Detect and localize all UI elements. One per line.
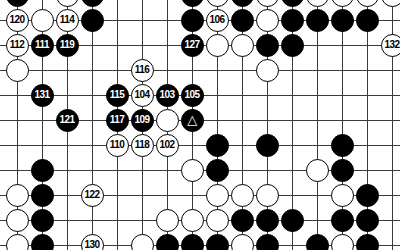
white-stone-move-112[interactable]: 112 <box>6 34 29 57</box>
white-stone[interactable] <box>6 59 29 82</box>
white-stone-move-132[interactable]: 132 <box>381 34 400 57</box>
black-stone-move-131[interactable]: 131 <box>31 84 54 107</box>
black-stone[interactable] <box>331 209 354 232</box>
white-stone[interactable] <box>306 159 329 182</box>
white-stone[interactable] <box>256 59 279 82</box>
white-stone-move-104[interactable]: 104 <box>131 84 154 107</box>
black-stone-move-119[interactable]: 119 <box>56 34 79 57</box>
black-stone[interactable] <box>231 0 254 7</box>
black-stone[interactable] <box>81 9 104 32</box>
white-stone[interactable] <box>181 209 204 232</box>
white-stone[interactable] <box>306 0 329 7</box>
black-stone[interactable] <box>206 159 229 182</box>
black-stone[interactable] <box>256 34 279 57</box>
white-stone[interactable] <box>231 34 254 57</box>
white-stone[interactable] <box>331 184 354 207</box>
black-stone-move-111[interactable]: 111 <box>31 34 54 57</box>
white-stone[interactable] <box>381 0 400 7</box>
white-stone[interactable] <box>156 109 179 132</box>
white-stone[interactable] <box>6 234 29 250</box>
black-stone[interactable] <box>206 234 229 250</box>
white-stone[interactable] <box>206 209 229 232</box>
black-stone-move-103[interactable]: 103 <box>156 84 179 107</box>
black-stone[interactable] <box>281 0 304 7</box>
white-stone[interactable] <box>156 209 179 232</box>
white-stone[interactable] <box>231 234 254 250</box>
white-stone[interactable] <box>331 234 354 250</box>
black-stone-move-117[interactable]: 117 <box>106 109 129 132</box>
white-stone[interactable] <box>256 184 279 207</box>
white-stone[interactable] <box>6 184 29 207</box>
black-stone-move-115[interactable]: 115 <box>106 84 129 107</box>
white-stone-move-116[interactable]: 116 <box>131 59 154 82</box>
board-grid-hline <box>0 70 400 71</box>
board-grid-vline <box>317 0 318 250</box>
black-stone[interactable] <box>331 159 354 182</box>
black-stone[interactable] <box>31 234 54 250</box>
white-stone[interactable] <box>256 0 279 7</box>
go-board[interactable]: 1201141061121111191271321161311151041031… <box>0 0 400 250</box>
triangle-marker-icon: △ <box>187 113 196 126</box>
black-stone[interactable] <box>231 209 254 232</box>
white-stone-move-118[interactable]: 118 <box>131 134 154 157</box>
white-stone-move-106[interactable]: 106 <box>206 9 229 32</box>
white-stone[interactable] <box>131 234 154 250</box>
black-stone[interactable] <box>281 209 304 232</box>
black-stone[interactable] <box>281 9 304 32</box>
black-stone[interactable] <box>256 209 279 232</box>
black-stone[interactable] <box>281 34 304 57</box>
black-stone[interactable] <box>181 0 204 7</box>
white-stone[interactable] <box>206 34 229 57</box>
white-stone-move-122[interactable]: 122 <box>81 184 104 207</box>
white-stone-move-110[interactable]: 110 <box>106 134 129 157</box>
black-stone[interactable] <box>156 234 179 250</box>
black-stone[interactable] <box>231 9 254 32</box>
black-stone[interactable] <box>6 0 29 7</box>
white-stone[interactable] <box>6 209 29 232</box>
black-stone[interactable] <box>306 234 329 250</box>
black-stone[interactable] <box>181 9 204 32</box>
white-stone[interactable] <box>356 0 379 7</box>
black-stone-move-127[interactable]: 127 <box>181 34 204 57</box>
white-stone-move-130[interactable]: 130 <box>81 234 104 250</box>
white-stone[interactable] <box>206 0 229 7</box>
black-stone-move-105[interactable]: 105 <box>181 84 204 107</box>
black-stone[interactable] <box>206 134 229 157</box>
white-stone[interactable] <box>31 9 54 32</box>
black-stone[interactable] <box>31 159 54 182</box>
black-stone[interactable] <box>356 184 379 207</box>
white-stone[interactable] <box>56 0 79 7</box>
black-stone[interactable] <box>31 209 54 232</box>
black-stone[interactable] <box>31 184 54 207</box>
black-stone[interactable] <box>256 134 279 157</box>
black-stone[interactable] <box>181 234 204 250</box>
white-stone[interactable] <box>206 184 229 207</box>
board-grid-vline <box>92 0 93 250</box>
black-stone[interactable] <box>256 234 279 250</box>
black-stone-move-109[interactable]: 109 <box>131 109 154 132</box>
white-stone[interactable] <box>181 159 204 182</box>
black-stone-triangle-marked[interactable]: △ <box>181 109 204 132</box>
black-stone-move-121[interactable]: 121 <box>56 109 79 132</box>
white-stone[interactable] <box>231 184 254 207</box>
black-stone[interactable] <box>356 234 379 250</box>
black-stone[interactable] <box>306 9 329 32</box>
white-stone-move-114[interactable]: 114 <box>56 9 79 32</box>
black-stone[interactable] <box>331 9 354 32</box>
white-stone-move-102[interactable]: 102 <box>156 134 179 157</box>
black-stone[interactable] <box>331 134 354 157</box>
white-stone[interactable] <box>256 9 279 32</box>
white-stone-move-120[interactable]: 120 <box>6 9 29 32</box>
black-stone[interactable] <box>356 9 379 32</box>
black-stone[interactable] <box>81 0 104 7</box>
white-stone[interactable] <box>331 0 354 7</box>
black-stone[interactable] <box>356 209 379 232</box>
